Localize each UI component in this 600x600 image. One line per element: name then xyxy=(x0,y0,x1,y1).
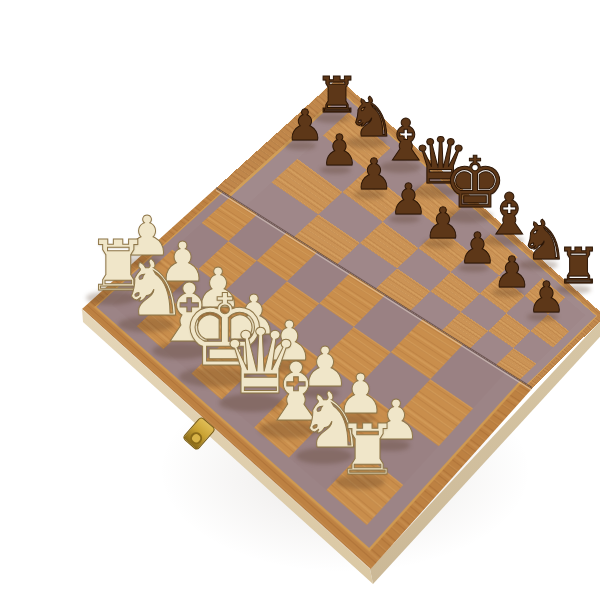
piece-shadow xyxy=(219,394,284,412)
piece-shadow xyxy=(411,185,457,198)
piece-shadow xyxy=(346,137,385,148)
piece-white-king-d1: ♚ xyxy=(180,281,269,381)
piece-black-rook-h8: ♜ xyxy=(556,242,600,291)
piece-shadow xyxy=(122,256,161,267)
piece-shadow xyxy=(285,141,316,150)
piece-shadow xyxy=(296,448,352,463)
piece-shadow xyxy=(519,260,558,271)
piece-shadow xyxy=(389,215,420,224)
piece-shadow xyxy=(556,285,591,295)
piece-shadow xyxy=(264,361,303,372)
pieces-layer: ♜♞♟♝♟♛♟♚♟♝♟♟♞♟♟♜♟♜♟♟♞♟♝♟♚♟♛♟♝♟♞♜ xyxy=(40,16,600,600)
piece-white-pawn-c2: ♟ xyxy=(194,261,243,316)
piece-shadow xyxy=(354,190,385,199)
piece-shadow xyxy=(320,166,351,175)
piece-shadow xyxy=(423,239,454,248)
piece-shadow xyxy=(229,335,268,346)
piece-shadow xyxy=(86,291,136,305)
piece-shadow xyxy=(193,309,232,320)
piece-shadow xyxy=(483,235,524,246)
piece-shadow xyxy=(157,282,196,293)
piece-shadow xyxy=(118,317,174,332)
piece-shadow xyxy=(492,288,523,297)
piece-shadow xyxy=(371,440,410,451)
piece-shadow xyxy=(443,209,494,223)
piece-shadow xyxy=(335,475,385,489)
piece-shadow xyxy=(259,421,317,437)
piece-shadow xyxy=(527,313,558,322)
piece-shadow xyxy=(300,388,339,399)
piece-shadow xyxy=(152,343,210,359)
piece-shadow xyxy=(179,367,251,387)
piece-shadow xyxy=(458,264,489,273)
piece-black-knight-g8: ♞ xyxy=(520,213,569,268)
piece-shadow xyxy=(314,113,349,123)
chess-set-photo: ♜♞♟♝♟♛♟♚♟♝♟♟♞♟♟♜♟♜♟♟♞♟♝♟♚♟♛♟♝♟♞♜ Open fo… xyxy=(40,16,600,600)
piece-white-pawn-f2: ♟ xyxy=(300,340,349,395)
piece-black-king-e8: ♚ xyxy=(443,148,506,218)
piece-shadow xyxy=(335,414,374,425)
piece-shadow xyxy=(380,161,421,172)
